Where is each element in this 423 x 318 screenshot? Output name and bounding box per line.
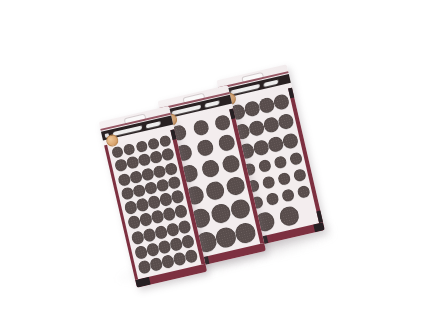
felt-pad [258, 159, 272, 173]
felt-pad [147, 137, 160, 150]
band-subtitle-blur [146, 121, 161, 129]
felt-pad [225, 175, 247, 197]
felt-pad [177, 219, 192, 234]
felt-pad [181, 234, 196, 249]
felt-pad [174, 204, 189, 219]
felt-pad [111, 146, 124, 159]
felt-pad [221, 154, 241, 174]
felt-pad [200, 159, 220, 179]
felt-pad [214, 114, 232, 132]
felt-pad [293, 168, 307, 182]
felt-pad [273, 155, 287, 169]
felt-pad [265, 192, 279, 206]
product-photo [0, 0, 423, 318]
felt-pad [277, 112, 295, 130]
edge-black-tip-top [288, 88, 294, 99]
felt-pad [204, 180, 226, 202]
felt-pad [164, 161, 178, 175]
felt-pad [161, 147, 175, 161]
felt-pad [209, 202, 232, 225]
band-subtitle-blur [263, 79, 278, 87]
felt-pad [229, 198, 252, 221]
felt-pad [281, 132, 299, 150]
felt-pad [281, 188, 295, 202]
felt-pad [123, 143, 136, 156]
bottom-band-black-right [313, 222, 325, 232]
felt-pad [296, 185, 310, 199]
felt-pad [196, 138, 215, 157]
felt-pad [217, 133, 236, 152]
felt-pad [159, 135, 172, 148]
felt-pad [167, 175, 181, 189]
felt-pad [170, 189, 185, 204]
bottom-band-black-left [135, 277, 150, 288]
felt-pad [289, 151, 303, 165]
felt-pad [184, 249, 199, 264]
felt-pad [272, 93, 290, 111]
band-subtitle-blur [205, 100, 220, 108]
felt-pad [192, 119, 210, 137]
felt-pad [135, 140, 148, 153]
felt-pad [261, 175, 275, 189]
felt-pad [277, 172, 291, 186]
